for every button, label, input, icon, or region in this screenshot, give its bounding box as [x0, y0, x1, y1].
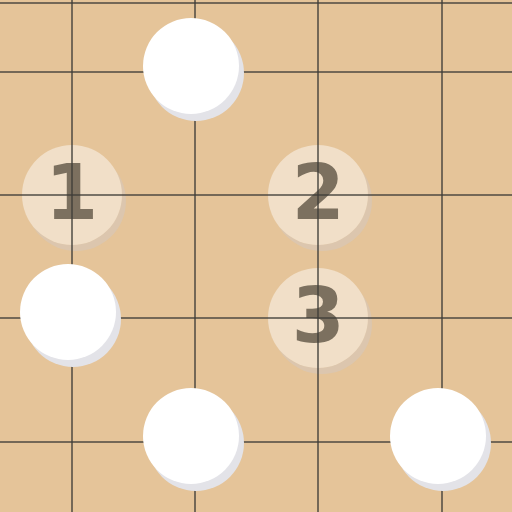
white-stone [390, 388, 486, 484]
white-stone [143, 18, 239, 114]
stones-layer [0, 0, 512, 512]
white-stone [20, 264, 116, 360]
white-stone [143, 388, 239, 484]
go-board: 123 [0, 0, 512, 512]
